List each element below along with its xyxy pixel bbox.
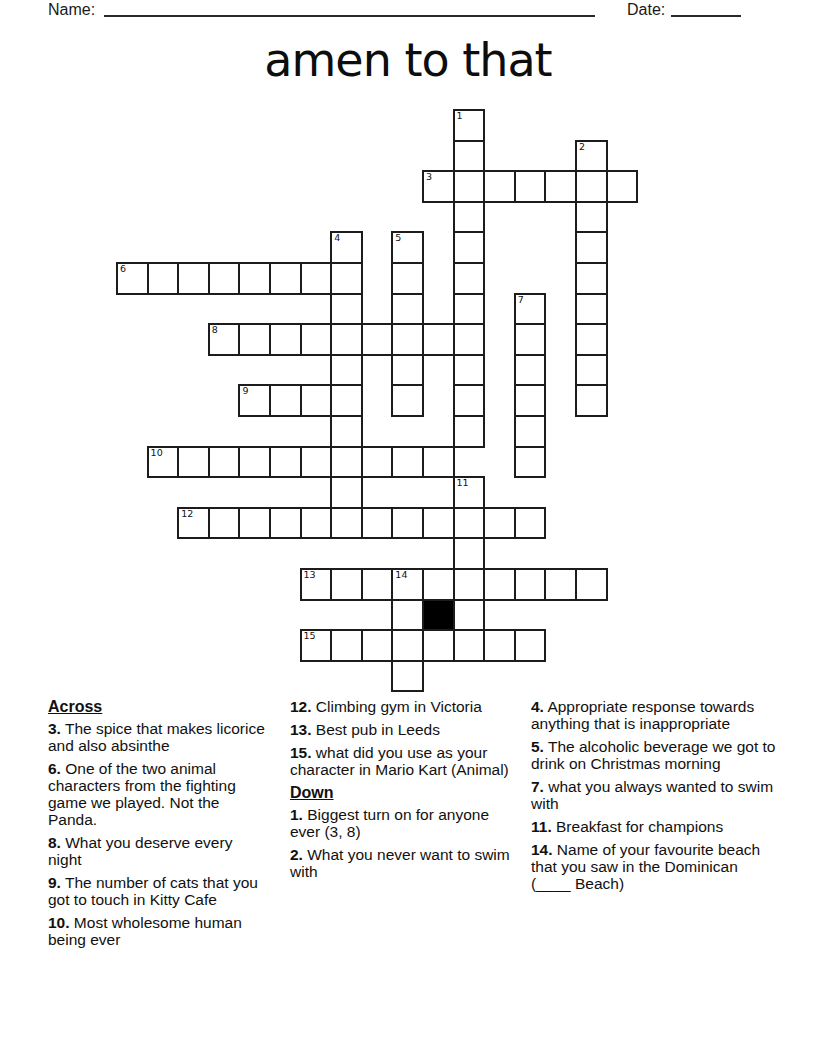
cell-r11-c3[interactable] bbox=[208, 446, 241, 479]
cell-r5-c11[interactable] bbox=[453, 262, 486, 295]
cell-r7-c13[interactable] bbox=[514, 323, 547, 356]
clues-column-2: 12. Climbing gym in Victoria13. Best pub… bbox=[290, 698, 514, 886]
down-clue-11: 11. Breakfast for champions bbox=[531, 818, 781, 835]
down-clue-4: 4. Appropriate response towards anything… bbox=[531, 698, 781, 732]
clues-column-1: Across3. The spice that makes licorice a… bbox=[48, 698, 268, 954]
cell-r4-c9[interactable]: 5 bbox=[391, 231, 424, 264]
across-clue-6: 6. One of the two animal characters from… bbox=[48, 760, 268, 828]
cell-r9-c4[interactable]: 9 bbox=[238, 384, 271, 417]
date-write-line[interactable] bbox=[671, 15, 741, 17]
cell-r5-c1[interactable] bbox=[147, 262, 180, 295]
cell-r7-c11[interactable] bbox=[453, 323, 486, 356]
cell-r5-c6[interactable] bbox=[300, 262, 333, 295]
cell-r7-c6[interactable] bbox=[300, 323, 333, 356]
cell-r2-c14[interactable] bbox=[544, 170, 577, 203]
cell-r2-c13[interactable] bbox=[514, 170, 547, 203]
crossword-worksheet: { "game": "crossword", "title": "amen to… bbox=[0, 0, 816, 1056]
cell-r14-c11[interactable] bbox=[453, 537, 486, 570]
cell-r8-c9[interactable] bbox=[391, 354, 424, 387]
cell-r17-c7[interactable] bbox=[330, 629, 363, 662]
across-clue-12: 12. Climbing gym in Victoria bbox=[290, 698, 514, 715]
cell-r10-c13[interactable] bbox=[514, 415, 547, 448]
cell-r1-c15[interactable]: 2 bbox=[575, 140, 608, 173]
cell-r2-c10[interactable]: 3 bbox=[422, 170, 455, 203]
cell-r3-c15[interactable] bbox=[575, 201, 608, 234]
down-clue-1: 1. Biggest turn on for anyone ever (3, 8… bbox=[290, 806, 514, 840]
across-clue-13: 13. Best pub in Leeds bbox=[290, 721, 514, 738]
clue-number-13: 13 bbox=[304, 569, 316, 580]
cell-r18-c9[interactable] bbox=[391, 660, 424, 693]
cell-r13-c9[interactable] bbox=[391, 507, 424, 540]
clues-column-3: 4. Appropriate response towards anything… bbox=[531, 698, 781, 898]
down-clue-5: 5. The alcoholic beverage we got to drin… bbox=[531, 738, 781, 772]
cell-r11-c13[interactable] bbox=[514, 446, 547, 479]
cell-r11-c4[interactable] bbox=[238, 446, 271, 479]
cell-r9-c13[interactable] bbox=[514, 384, 547, 417]
cell-r8-c7[interactable] bbox=[330, 354, 363, 387]
cell-r5-c15[interactable] bbox=[575, 262, 608, 295]
cell-r7-c10[interactable] bbox=[422, 323, 455, 356]
cell-r0-c11[interactable]: 1 bbox=[453, 109, 486, 142]
name-label: Name: bbox=[48, 1, 95, 19]
clue-number-1: 1 bbox=[457, 110, 463, 121]
down-clue-2: 2. What you never want to swim with bbox=[290, 846, 514, 880]
down-clue-7: 7. what you always wanted to swim with bbox=[531, 778, 781, 812]
cell-r8-c11[interactable] bbox=[453, 354, 486, 387]
cell-r7-c7[interactable] bbox=[330, 323, 363, 356]
cell-r13-c13[interactable] bbox=[514, 507, 547, 540]
cell-r1-c11[interactable] bbox=[453, 140, 486, 173]
cell-r11-c2[interactable] bbox=[177, 446, 210, 479]
cell-r9-c15[interactable] bbox=[575, 384, 608, 417]
cell-r5-c0[interactable]: 6 bbox=[116, 262, 149, 295]
cell-r7-c3[interactable]: 8 bbox=[208, 323, 241, 356]
cell-r13-c4[interactable] bbox=[238, 507, 271, 540]
cell-r8-c15[interactable] bbox=[575, 354, 608, 387]
black-cell-r16-c10 bbox=[422, 599, 455, 632]
name-write-line[interactable] bbox=[104, 15, 595, 17]
cell-r13-c5[interactable] bbox=[269, 507, 302, 540]
puzzle-title: amen to that bbox=[0, 33, 816, 87]
clue-number-4: 4 bbox=[334, 232, 340, 243]
cell-r5-c2[interactable] bbox=[177, 262, 210, 295]
clue-number-6: 6 bbox=[120, 263, 126, 274]
cell-r2-c12[interactable] bbox=[483, 170, 516, 203]
cell-r7-c4[interactable] bbox=[238, 323, 271, 356]
cell-r13-c8[interactable] bbox=[361, 507, 394, 540]
clue-number-9: 9 bbox=[242, 385, 248, 396]
cell-r12-c7[interactable] bbox=[330, 476, 363, 509]
cell-r16-c11[interactable] bbox=[453, 599, 486, 632]
cell-r2-c15[interactable] bbox=[575, 170, 608, 203]
cell-r5-c7[interactable] bbox=[330, 262, 363, 295]
cell-r9-c7[interactable] bbox=[330, 384, 363, 417]
clue-number-10: 10 bbox=[151, 447, 163, 458]
cell-r4-c7[interactable]: 4 bbox=[330, 231, 363, 264]
cell-r8-c13[interactable] bbox=[514, 354, 547, 387]
cell-r10-c7[interactable] bbox=[330, 415, 363, 448]
cell-r13-c6[interactable] bbox=[300, 507, 333, 540]
cell-r12-c11[interactable]: 11 bbox=[453, 476, 486, 509]
clue-number-7: 7 bbox=[518, 294, 524, 305]
across-clue-3: 3. The spice that makes licorice and als… bbox=[48, 720, 268, 754]
across-clue-8: 8. What you deserve every night bbox=[48, 834, 268, 868]
cell-r5-c3[interactable] bbox=[208, 262, 241, 295]
cell-r15-c14[interactable] bbox=[544, 568, 577, 601]
cell-r17-c8[interactable] bbox=[361, 629, 394, 662]
cell-r15-c11[interactable] bbox=[453, 568, 486, 601]
cell-r15-c12[interactable] bbox=[483, 568, 516, 601]
clue-number-8: 8 bbox=[212, 324, 218, 335]
cell-r5-c5[interactable] bbox=[269, 262, 302, 295]
date-label: Date: bbox=[627, 1, 665, 19]
clue-number-11: 11 bbox=[457, 477, 469, 488]
cell-r7-c8[interactable] bbox=[361, 323, 394, 356]
cell-r11-c5[interactable] bbox=[269, 446, 302, 479]
cell-r15-c6[interactable]: 13 bbox=[300, 568, 333, 601]
crossword-grid: 123456789101112131415 bbox=[117, 110, 637, 691]
cell-r6-c15[interactable] bbox=[575, 293, 608, 326]
cell-r15-c9[interactable]: 14 bbox=[391, 568, 424, 601]
cell-r13-c2[interactable]: 12 bbox=[177, 507, 210, 540]
cell-r4-c11[interactable] bbox=[453, 231, 486, 264]
clue-number-2: 2 bbox=[579, 141, 585, 152]
cell-r7-c15[interactable] bbox=[575, 323, 608, 356]
cell-r11-c9[interactable] bbox=[391, 446, 424, 479]
cell-r15-c8[interactable] bbox=[361, 568, 394, 601]
cell-r15-c10[interactable] bbox=[422, 568, 455, 601]
cell-r11-c10[interactable] bbox=[422, 446, 455, 479]
cell-r17-c9[interactable] bbox=[391, 629, 424, 662]
cell-r2-c11[interactable] bbox=[453, 170, 486, 203]
cell-r6-c9[interactable] bbox=[391, 293, 424, 326]
cell-r13-c10[interactable] bbox=[422, 507, 455, 540]
clue-number-3: 3 bbox=[426, 171, 432, 182]
cell-r15-c15[interactable] bbox=[575, 568, 608, 601]
cell-r13-c7[interactable] bbox=[330, 507, 363, 540]
clue-number-12: 12 bbox=[181, 508, 193, 519]
cell-r6-c7[interactable] bbox=[330, 293, 363, 326]
down-heading: Down bbox=[290, 784, 514, 801]
cell-r5-c9[interactable] bbox=[391, 262, 424, 295]
cell-r3-c11[interactable] bbox=[453, 201, 486, 234]
clue-number-5: 5 bbox=[395, 232, 401, 243]
cell-r9-c5[interactable] bbox=[269, 384, 302, 417]
down-clue-14: 14. Name of your favourite beach that yo… bbox=[531, 841, 781, 892]
cell-r7-c9[interactable] bbox=[391, 323, 424, 356]
cell-r2-c16[interactable] bbox=[606, 170, 639, 203]
cell-r5-c4[interactable] bbox=[238, 262, 271, 295]
cell-r11-c6[interactable] bbox=[300, 446, 333, 479]
cell-r9-c11[interactable] bbox=[453, 384, 486, 417]
across-heading: Across bbox=[48, 698, 268, 715]
cell-r9-c6[interactable] bbox=[300, 384, 333, 417]
cell-r13-c3[interactable] bbox=[208, 507, 241, 540]
cell-r7-c5[interactable] bbox=[269, 323, 302, 356]
cell-r17-c10[interactable] bbox=[422, 629, 455, 662]
cell-r9-c9[interactable] bbox=[391, 384, 424, 417]
cell-r15-c13[interactable] bbox=[514, 568, 547, 601]
cell-r16-c9[interactable] bbox=[391, 599, 424, 632]
cell-r13-c11[interactable] bbox=[453, 507, 486, 540]
cell-r17-c13[interactable] bbox=[514, 629, 547, 662]
cell-r10-c11[interactable] bbox=[453, 415, 486, 448]
cell-r6-c11[interactable] bbox=[453, 293, 486, 326]
across-clue-9: 9. The number of cats that you got to to… bbox=[48, 874, 268, 908]
across-clue-10: 10. Most wholesome human being ever bbox=[48, 914, 268, 948]
cell-r6-c13[interactable]: 7 bbox=[514, 293, 547, 326]
cell-r11-c1[interactable]: 10 bbox=[147, 446, 180, 479]
cell-r17-c11[interactable] bbox=[453, 629, 486, 662]
cell-r11-c7[interactable] bbox=[330, 446, 363, 479]
clue-number-14: 14 bbox=[395, 569, 407, 580]
clue-number-15: 15 bbox=[304, 630, 316, 641]
cell-r13-c12[interactable] bbox=[483, 507, 516, 540]
across-clue-15: 15. what did you use as your character i… bbox=[290, 744, 514, 778]
cell-r17-c6[interactable]: 15 bbox=[300, 629, 333, 662]
cell-r4-c15[interactable] bbox=[575, 231, 608, 264]
cell-r17-c12[interactable] bbox=[483, 629, 516, 662]
cell-r11-c8[interactable] bbox=[361, 446, 394, 479]
cell-r15-c7[interactable] bbox=[330, 568, 363, 601]
